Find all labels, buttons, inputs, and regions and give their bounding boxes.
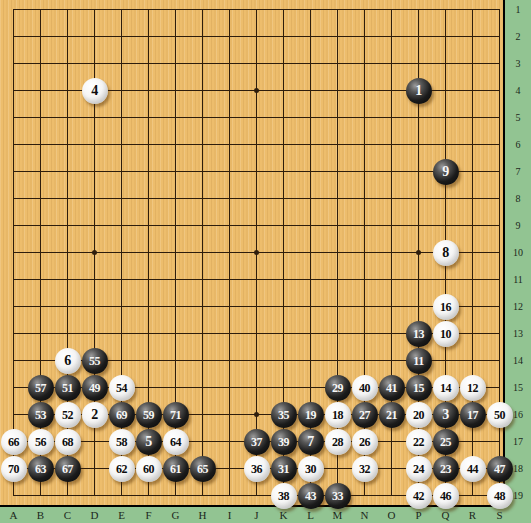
intersection-I15[interactable]	[216, 374, 243, 401]
intersection-O1[interactable]	[378, 0, 405, 23]
intersection-A4[interactable]	[0, 77, 27, 104]
intersection-L16[interactable]: 19	[297, 401, 324, 428]
stone-white-36[interactable]: 36	[244, 456, 270, 482]
stone-white-38[interactable]: 38	[271, 483, 297, 509]
intersection-D8[interactable]	[81, 185, 108, 212]
intersection-D3[interactable]	[81, 50, 108, 77]
intersection-Q7[interactable]: 9	[432, 158, 459, 185]
intersection-G11[interactable]	[162, 266, 189, 293]
intersection-M14[interactable]	[324, 347, 351, 374]
stone-black-37[interactable]: 37	[244, 429, 270, 455]
intersection-L3[interactable]	[297, 50, 324, 77]
intersection-B12[interactable]	[27, 293, 54, 320]
intersection-P3[interactable]	[405, 50, 432, 77]
intersection-O8[interactable]	[378, 185, 405, 212]
intersection-S17[interactable]	[486, 428, 513, 455]
intersection-Q17[interactable]: 25	[432, 428, 459, 455]
intersection-M8[interactable]	[324, 185, 351, 212]
stone-black-59[interactable]: 59	[136, 402, 162, 428]
intersection-P10[interactable]	[405, 239, 432, 266]
intersection-I9[interactable]	[216, 212, 243, 239]
intersection-H1[interactable]	[189, 0, 216, 23]
stone-black-49[interactable]: 49	[82, 375, 108, 401]
intersection-D16[interactable]: 2	[81, 401, 108, 428]
intersection-M19[interactable]: 33	[324, 482, 351, 509]
intersection-A14[interactable]	[0, 347, 27, 374]
stone-white-68[interactable]: 68	[55, 429, 81, 455]
intersection-D17[interactable]	[81, 428, 108, 455]
stone-black-13[interactable]: 13	[406, 321, 432, 347]
intersection-L10[interactable]	[297, 239, 324, 266]
intersection-I10[interactable]	[216, 239, 243, 266]
intersection-G16[interactable]: 71	[162, 401, 189, 428]
intersection-S1[interactable]	[486, 0, 513, 23]
stone-white-8[interactable]: 8	[433, 240, 459, 266]
intersection-R9[interactable]	[459, 212, 486, 239]
stone-black-51[interactable]: 51	[55, 375, 81, 401]
intersection-R16[interactable]: 17	[459, 401, 486, 428]
intersection-K10[interactable]	[270, 239, 297, 266]
intersection-P19[interactable]: 42	[405, 482, 432, 509]
stone-white-46[interactable]: 46	[433, 483, 459, 509]
intersection-P16[interactable]: 20	[405, 401, 432, 428]
intersection-Q9[interactable]	[432, 212, 459, 239]
intersection-H19[interactable]	[189, 482, 216, 509]
stone-white-6[interactable]: 6	[55, 348, 81, 374]
intersection-D6[interactable]	[81, 131, 108, 158]
intersection-B16[interactable]: 53	[27, 401, 54, 428]
intersection-E14[interactable]	[108, 347, 135, 374]
intersection-O17[interactable]	[378, 428, 405, 455]
intersection-E12[interactable]	[108, 293, 135, 320]
intersection-C5[interactable]	[54, 104, 81, 131]
intersection-J13[interactable]	[243, 320, 270, 347]
intersection-G13[interactable]	[162, 320, 189, 347]
intersection-O13[interactable]	[378, 320, 405, 347]
intersection-C1[interactable]	[54, 0, 81, 23]
intersection-N6[interactable]	[351, 131, 378, 158]
intersection-S13[interactable]	[486, 320, 513, 347]
intersection-L17[interactable]: 7	[297, 428, 324, 455]
intersection-G9[interactable]	[162, 212, 189, 239]
intersection-S18[interactable]: 47	[486, 455, 513, 482]
stone-black-71[interactable]: 71	[163, 402, 189, 428]
intersection-M15[interactable]: 29	[324, 374, 351, 401]
intersection-I18[interactable]	[216, 455, 243, 482]
intersection-C18[interactable]: 67	[54, 455, 81, 482]
intersection-D1[interactable]	[81, 0, 108, 23]
intersection-A19[interactable]	[0, 482, 27, 509]
stone-white-44[interactable]: 44	[460, 456, 486, 482]
intersection-R14[interactable]	[459, 347, 486, 374]
stone-black-3[interactable]: 3	[433, 402, 459, 428]
intersection-F13[interactable]	[135, 320, 162, 347]
stone-white-14[interactable]: 14	[433, 375, 459, 401]
intersection-F14[interactable]	[135, 347, 162, 374]
intersection-B15[interactable]: 57	[27, 374, 54, 401]
intersection-I3[interactable]	[216, 50, 243, 77]
intersection-P18[interactable]: 24	[405, 455, 432, 482]
intersection-F18[interactable]: 60	[135, 455, 162, 482]
intersection-H12[interactable]	[189, 293, 216, 320]
intersection-H5[interactable]	[189, 104, 216, 131]
intersection-J18[interactable]: 36	[243, 455, 270, 482]
intersection-P2[interactable]	[405, 23, 432, 50]
intersection-G8[interactable]	[162, 185, 189, 212]
stone-black-35[interactable]: 35	[271, 402, 297, 428]
intersection-B2[interactable]	[27, 23, 54, 50]
intersection-E6[interactable]	[108, 131, 135, 158]
intersection-A5[interactable]	[0, 104, 27, 131]
intersection-O15[interactable]: 41	[378, 374, 405, 401]
intersection-N2[interactable]	[351, 23, 378, 50]
intersection-H9[interactable]	[189, 212, 216, 239]
intersection-N8[interactable]	[351, 185, 378, 212]
intersection-N4[interactable]	[351, 77, 378, 104]
intersection-Q11[interactable]	[432, 266, 459, 293]
intersection-P5[interactable]	[405, 104, 432, 131]
intersection-K4[interactable]	[270, 77, 297, 104]
intersection-Q15[interactable]: 14	[432, 374, 459, 401]
intersection-M11[interactable]	[324, 266, 351, 293]
intersection-A9[interactable]	[0, 212, 27, 239]
intersection-A18[interactable]: 70	[0, 455, 27, 482]
intersection-S9[interactable]	[486, 212, 513, 239]
intersection-F2[interactable]	[135, 23, 162, 50]
intersection-C13[interactable]	[54, 320, 81, 347]
intersection-E16[interactable]: 69	[108, 401, 135, 428]
intersection-H8[interactable]	[189, 185, 216, 212]
intersection-G7[interactable]	[162, 158, 189, 185]
intersection-D11[interactable]	[81, 266, 108, 293]
intersection-S7[interactable]	[486, 158, 513, 185]
intersection-I16[interactable]	[216, 401, 243, 428]
intersection-Q14[interactable]	[432, 347, 459, 374]
intersection-L5[interactable]	[297, 104, 324, 131]
intersection-E13[interactable]	[108, 320, 135, 347]
stone-black-25[interactable]: 25	[433, 429, 459, 455]
intersection-M2[interactable]	[324, 23, 351, 50]
intersection-Q8[interactable]	[432, 185, 459, 212]
intersection-B18[interactable]: 63	[27, 455, 54, 482]
intersection-P14[interactable]: 11	[405, 347, 432, 374]
intersection-F15[interactable]	[135, 374, 162, 401]
intersection-R3[interactable]	[459, 50, 486, 77]
intersection-J2[interactable]	[243, 23, 270, 50]
intersection-A2[interactable]	[0, 23, 27, 50]
intersection-F11[interactable]	[135, 266, 162, 293]
intersection-B10[interactable]	[27, 239, 54, 266]
intersection-P11[interactable]	[405, 266, 432, 293]
intersection-M5[interactable]	[324, 104, 351, 131]
intersection-M9[interactable]	[324, 212, 351, 239]
intersection-L4[interactable]	[297, 77, 324, 104]
intersection-E8[interactable]	[108, 185, 135, 212]
intersection-C16[interactable]: 52	[54, 401, 81, 428]
intersection-K9[interactable]	[270, 212, 297, 239]
stone-black-43[interactable]: 43	[298, 483, 324, 509]
intersection-E5[interactable]	[108, 104, 135, 131]
intersection-P6[interactable]	[405, 131, 432, 158]
intersection-I4[interactable]	[216, 77, 243, 104]
intersection-I14[interactable]	[216, 347, 243, 374]
intersection-N12[interactable]	[351, 293, 378, 320]
intersection-I2[interactable]	[216, 23, 243, 50]
intersection-S15[interactable]	[486, 374, 513, 401]
intersection-F12[interactable]	[135, 293, 162, 320]
stone-black-53[interactable]: 53	[28, 402, 54, 428]
intersection-J17[interactable]: 37	[243, 428, 270, 455]
intersection-L6[interactable]	[297, 131, 324, 158]
stone-black-21[interactable]: 21	[379, 402, 405, 428]
intersection-A6[interactable]	[0, 131, 27, 158]
stone-white-28[interactable]: 28	[325, 429, 351, 455]
intersection-N18[interactable]: 32	[351, 455, 378, 482]
stone-white-30[interactable]: 30	[298, 456, 324, 482]
intersection-J8[interactable]	[243, 185, 270, 212]
intersection-E19[interactable]	[108, 482, 135, 509]
intersection-G12[interactable]	[162, 293, 189, 320]
intersection-O7[interactable]	[378, 158, 405, 185]
intersection-H4[interactable]	[189, 77, 216, 104]
stone-black-61[interactable]: 61	[163, 456, 189, 482]
intersection-L13[interactable]	[297, 320, 324, 347]
intersection-R10[interactable]	[459, 239, 486, 266]
intersection-L19[interactable]: 43	[297, 482, 324, 509]
intersection-D9[interactable]	[81, 212, 108, 239]
stone-black-31[interactable]: 31	[271, 456, 297, 482]
intersection-J16[interactable]	[243, 401, 270, 428]
stone-black-29[interactable]: 29	[325, 375, 351, 401]
stone-black-15[interactable]: 15	[406, 375, 432, 401]
intersection-S5[interactable]	[486, 104, 513, 131]
intersection-R13[interactable]	[459, 320, 486, 347]
intersection-E15[interactable]: 54	[108, 374, 135, 401]
intersection-E18[interactable]: 62	[108, 455, 135, 482]
intersection-A11[interactable]	[0, 266, 27, 293]
stone-black-67[interactable]: 67	[55, 456, 81, 482]
intersection-B9[interactable]	[27, 212, 54, 239]
intersection-H10[interactable]	[189, 239, 216, 266]
intersection-J19[interactable]	[243, 482, 270, 509]
intersection-G15[interactable]	[162, 374, 189, 401]
intersection-C2[interactable]	[54, 23, 81, 50]
intersection-H3[interactable]	[189, 50, 216, 77]
intersection-H11[interactable]	[189, 266, 216, 293]
intersection-F6[interactable]	[135, 131, 162, 158]
intersection-N16[interactable]: 27	[351, 401, 378, 428]
stone-white-10[interactable]: 10	[433, 321, 459, 347]
stone-white-42[interactable]: 42	[406, 483, 432, 509]
intersection-P15[interactable]: 15	[405, 374, 432, 401]
intersection-N9[interactable]	[351, 212, 378, 239]
intersection-F16[interactable]: 59	[135, 401, 162, 428]
intersection-H15[interactable]	[189, 374, 216, 401]
stone-black-41[interactable]: 41	[379, 375, 405, 401]
intersection-E3[interactable]	[108, 50, 135, 77]
stone-white-26[interactable]: 26	[352, 429, 378, 455]
intersection-S11[interactable]	[486, 266, 513, 293]
intersection-L11[interactable]	[297, 266, 324, 293]
intersection-I6[interactable]	[216, 131, 243, 158]
intersection-P17[interactable]: 22	[405, 428, 432, 455]
intersection-C6[interactable]	[54, 131, 81, 158]
intersection-L15[interactable]	[297, 374, 324, 401]
stone-black-57[interactable]: 57	[28, 375, 54, 401]
stone-white-54[interactable]: 54	[109, 375, 135, 401]
intersection-K11[interactable]	[270, 266, 297, 293]
intersection-Q2[interactable]	[432, 23, 459, 50]
intersection-K17[interactable]: 39	[270, 428, 297, 455]
intersection-B1[interactable]	[27, 0, 54, 23]
stone-white-2[interactable]: 2	[82, 402, 108, 428]
intersection-B8[interactable]	[27, 185, 54, 212]
stone-black-9[interactable]: 9	[433, 159, 459, 185]
intersection-D12[interactable]	[81, 293, 108, 320]
intersection-I12[interactable]	[216, 293, 243, 320]
intersection-Q13[interactable]: 10	[432, 320, 459, 347]
intersection-A3[interactable]	[0, 50, 27, 77]
intersection-Q12[interactable]: 16	[432, 293, 459, 320]
intersection-M18[interactable]	[324, 455, 351, 482]
stone-white-50[interactable]: 50	[487, 402, 513, 428]
intersection-M17[interactable]: 28	[324, 428, 351, 455]
intersection-B17[interactable]: 56	[27, 428, 54, 455]
intersection-R5[interactable]	[459, 104, 486, 131]
intersection-F9[interactable]	[135, 212, 162, 239]
stone-black-23[interactable]: 23	[433, 456, 459, 482]
intersection-I5[interactable]	[216, 104, 243, 131]
intersection-K19[interactable]: 38	[270, 482, 297, 509]
intersection-S4[interactable]	[486, 77, 513, 104]
intersection-I8[interactable]	[216, 185, 243, 212]
stone-white-18[interactable]: 18	[325, 402, 351, 428]
intersection-R8[interactable]	[459, 185, 486, 212]
intersection-K13[interactable]	[270, 320, 297, 347]
intersection-N1[interactable]	[351, 0, 378, 23]
intersection-H2[interactable]	[189, 23, 216, 50]
intersection-N11[interactable]	[351, 266, 378, 293]
intersection-Q18[interactable]: 23	[432, 455, 459, 482]
stone-white-60[interactable]: 60	[136, 456, 162, 482]
intersection-G19[interactable]	[162, 482, 189, 509]
stone-black-65[interactable]: 65	[190, 456, 216, 482]
stone-white-62[interactable]: 62	[109, 456, 135, 482]
stone-black-7[interactable]: 7	[298, 429, 324, 455]
intersection-S12[interactable]	[486, 293, 513, 320]
intersection-C15[interactable]: 51	[54, 374, 81, 401]
intersection-I13[interactable]	[216, 320, 243, 347]
intersection-F1[interactable]	[135, 0, 162, 23]
intersection-H18[interactable]: 65	[189, 455, 216, 482]
intersection-J12[interactable]	[243, 293, 270, 320]
intersection-A10[interactable]	[0, 239, 27, 266]
intersection-D2[interactable]	[81, 23, 108, 50]
intersection-B14[interactable]	[27, 347, 54, 374]
intersection-K18[interactable]: 31	[270, 455, 297, 482]
intersection-D18[interactable]	[81, 455, 108, 482]
intersection-E4[interactable]	[108, 77, 135, 104]
intersection-C7[interactable]	[54, 158, 81, 185]
intersection-I17[interactable]	[216, 428, 243, 455]
intersection-N3[interactable]	[351, 50, 378, 77]
stone-white-20[interactable]: 20	[406, 402, 432, 428]
intersection-K6[interactable]	[270, 131, 297, 158]
stone-white-22[interactable]: 22	[406, 429, 432, 455]
intersection-E17[interactable]: 58	[108, 428, 135, 455]
intersection-Q5[interactable]	[432, 104, 459, 131]
intersection-P13[interactable]: 13	[405, 320, 432, 347]
intersection-A13[interactable]	[0, 320, 27, 347]
stone-black-11[interactable]: 11	[406, 348, 432, 374]
intersection-C12[interactable]	[54, 293, 81, 320]
intersection-O5[interactable]	[378, 104, 405, 131]
intersection-P1[interactable]	[405, 0, 432, 23]
intersection-O11[interactable]	[378, 266, 405, 293]
intersection-D13[interactable]	[81, 320, 108, 347]
intersection-C14[interactable]: 6	[54, 347, 81, 374]
intersection-O6[interactable]	[378, 131, 405, 158]
stone-white-70[interactable]: 70	[1, 456, 27, 482]
intersection-G5[interactable]	[162, 104, 189, 131]
intersection-K3[interactable]	[270, 50, 297, 77]
intersection-A8[interactable]	[0, 185, 27, 212]
intersection-K14[interactable]	[270, 347, 297, 374]
intersection-J15[interactable]	[243, 374, 270, 401]
intersection-L2[interactable]	[297, 23, 324, 50]
stone-black-5[interactable]: 5	[136, 429, 162, 455]
intersection-R4[interactable]	[459, 77, 486, 104]
intersection-D14[interactable]: 55	[81, 347, 108, 374]
intersection-R7[interactable]	[459, 158, 486, 185]
stone-black-69[interactable]: 69	[109, 402, 135, 428]
intersection-Q4[interactable]	[432, 77, 459, 104]
intersection-I11[interactable]	[216, 266, 243, 293]
intersection-F10[interactable]	[135, 239, 162, 266]
intersection-N7[interactable]	[351, 158, 378, 185]
intersection-G10[interactable]	[162, 239, 189, 266]
intersection-G18[interactable]: 61	[162, 455, 189, 482]
intersection-O4[interactable]	[378, 77, 405, 104]
stone-black-1[interactable]: 1	[406, 78, 432, 104]
stone-black-17[interactable]: 17	[460, 402, 486, 428]
intersection-B3[interactable]	[27, 50, 54, 77]
intersection-P7[interactable]	[405, 158, 432, 185]
intersection-S3[interactable]	[486, 50, 513, 77]
intersection-D19[interactable]	[81, 482, 108, 509]
intersection-D4[interactable]: 4	[81, 77, 108, 104]
intersection-Q1[interactable]	[432, 0, 459, 23]
intersection-R19[interactable]	[459, 482, 486, 509]
intersection-S8[interactable]	[486, 185, 513, 212]
intersection-S16[interactable]: 50	[486, 401, 513, 428]
intersection-R12[interactable]	[459, 293, 486, 320]
intersection-G4[interactable]	[162, 77, 189, 104]
intersection-B11[interactable]	[27, 266, 54, 293]
intersection-R15[interactable]: 12	[459, 374, 486, 401]
intersection-J14[interactable]	[243, 347, 270, 374]
intersection-A16[interactable]	[0, 401, 27, 428]
intersection-J5[interactable]	[243, 104, 270, 131]
intersection-I7[interactable]	[216, 158, 243, 185]
intersection-R6[interactable]	[459, 131, 486, 158]
intersection-K5[interactable]	[270, 104, 297, 131]
intersection-J4[interactable]	[243, 77, 270, 104]
intersection-M1[interactable]	[324, 0, 351, 23]
intersection-P8[interactable]	[405, 185, 432, 212]
intersection-E10[interactable]	[108, 239, 135, 266]
intersection-G2[interactable]	[162, 23, 189, 50]
